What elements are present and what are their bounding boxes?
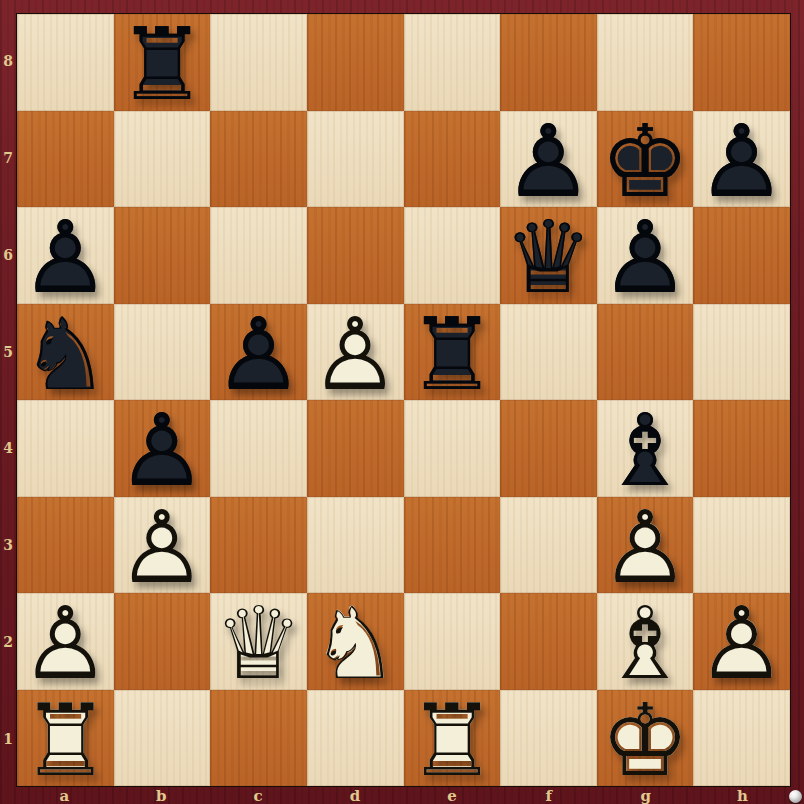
piece-fill-glyph: ♞ — [307, 596, 404, 693]
piece-white-rook[interactable]: ♜♖ — [404, 690, 501, 787]
piece-fill-glyph: ♟ — [114, 500, 211, 597]
square-h1[interactable] — [693, 690, 790, 787]
piece-black-rook[interactable]: ♜♖ — [114, 14, 211, 111]
square-h2[interactable]: ♟♙ — [693, 593, 790, 690]
square-e7[interactable] — [404, 111, 501, 208]
square-h7[interactable]: ♟♙ — [693, 111, 790, 208]
piece-fill-glyph: ♟ — [693, 596, 790, 693]
piece-outline-glyph: ♔ — [597, 693, 694, 790]
square-e2[interactable] — [404, 593, 501, 690]
rank-label-5: 5 — [0, 303, 16, 400]
file-label-a: a — [16, 787, 113, 804]
piece-black-pawn[interactable]: ♟♙ — [114, 400, 211, 497]
piece-outline-glyph: ♗ — [597, 403, 694, 500]
square-h6[interactable] — [693, 207, 790, 304]
file-label-e: e — [404, 787, 501, 804]
piece-outline-glyph: ♘ — [307, 596, 404, 693]
file-label-c: c — [210, 787, 307, 804]
file-label-h: h — [694, 787, 791, 804]
square-g6[interactable]: ♟♙ — [597, 207, 694, 304]
piece-outline-glyph: ♙ — [114, 403, 211, 500]
piece-black-rook[interactable]: ♜♖ — [404, 304, 501, 401]
piece-outline-glyph: ♖ — [17, 693, 114, 790]
square-a3[interactable] — [17, 497, 114, 594]
piece-outline-glyph: ♙ — [17, 596, 114, 693]
file-label-b: b — [113, 787, 210, 804]
piece-white-pawn[interactable]: ♟♙ — [307, 304, 404, 401]
square-b2[interactable] — [114, 593, 211, 690]
square-h5[interactable] — [693, 304, 790, 401]
piece-white-pawn[interactable]: ♟♙ — [17, 593, 114, 690]
square-c3[interactable] — [210, 497, 307, 594]
square-a7[interactable] — [17, 111, 114, 208]
piece-outline-glyph: ♙ — [597, 210, 694, 307]
square-c5[interactable]: ♟♙ — [210, 304, 307, 401]
file-label-d: d — [307, 787, 404, 804]
rank-label-4: 4 — [0, 400, 16, 497]
piece-black-pawn[interactable]: ♟♙ — [17, 207, 114, 304]
square-g1[interactable]: ♚♔ — [597, 690, 694, 787]
piece-fill-glyph: ♜ — [404, 307, 501, 404]
piece-white-bishop[interactable]: ♝♗ — [597, 593, 694, 690]
square-f2[interactable] — [500, 593, 597, 690]
square-h8[interactable] — [693, 14, 790, 111]
square-g4[interactable]: ♝♗ — [597, 400, 694, 497]
square-d5[interactable]: ♟♙ — [307, 304, 404, 401]
board: ♜♖♟♙♚♔♟♙♟♙♛♕♟♙♞♘♟♙♟♙♜♖♟♙♝♗♟♙♟♙♟♙♛♕♞♘♝♗♟♙… — [16, 13, 791, 787]
rank-label-3: 3 — [0, 497, 16, 594]
square-f5[interactable] — [500, 304, 597, 401]
file-label-f: f — [500, 787, 597, 804]
square-d7[interactable] — [307, 111, 404, 208]
square-d1[interactable] — [307, 690, 404, 787]
square-c7[interactable] — [210, 111, 307, 208]
piece-fill-glyph: ♟ — [597, 500, 694, 597]
square-e4[interactable] — [404, 400, 501, 497]
rank-label-6: 6 — [0, 207, 16, 304]
piece-white-pawn[interactable]: ♟♙ — [114, 497, 211, 594]
piece-outline-glyph: ♖ — [404, 693, 501, 790]
piece-outline-glyph: ♕ — [500, 210, 597, 307]
piece-black-pawn[interactable]: ♟♙ — [693, 111, 790, 208]
piece-fill-glyph: ♞ — [17, 307, 114, 404]
square-g2[interactable]: ♝♗ — [597, 593, 694, 690]
piece-white-queen[interactable]: ♛♕ — [210, 593, 307, 690]
square-c2[interactable]: ♛♕ — [210, 593, 307, 690]
piece-outline-glyph: ♘ — [17, 307, 114, 404]
piece-outline-glyph: ♕ — [210, 596, 307, 693]
white-to-move-indicator — [789, 790, 802, 803]
square-a8[interactable] — [17, 14, 114, 111]
file-label-g: g — [597, 787, 694, 804]
square-f4[interactable] — [500, 400, 597, 497]
square-b4[interactable]: ♟♙ — [114, 400, 211, 497]
square-e1[interactable]: ♜♖ — [404, 690, 501, 787]
square-f1[interactable] — [500, 690, 597, 787]
piece-outline-glyph: ♖ — [404, 307, 501, 404]
square-d8[interactable] — [307, 14, 404, 111]
square-c6[interactable] — [210, 207, 307, 304]
rank-label-8: 8 — [0, 13, 16, 110]
square-e6[interactable] — [404, 207, 501, 304]
piece-black-queen[interactable]: ♛♕ — [500, 207, 597, 304]
piece-outline-glyph: ♔ — [597, 114, 694, 211]
piece-black-pawn[interactable]: ♟♙ — [597, 207, 694, 304]
square-b8[interactable]: ♜♖ — [114, 14, 211, 111]
square-c8[interactable] — [210, 14, 307, 111]
square-g5[interactable] — [597, 304, 694, 401]
square-c4[interactable] — [210, 400, 307, 497]
square-f3[interactable] — [500, 497, 597, 594]
piece-fill-glyph: ♟ — [17, 210, 114, 307]
square-e3[interactable] — [404, 497, 501, 594]
square-g8[interactable] — [597, 14, 694, 111]
rank-label-1: 1 — [0, 690, 16, 787]
rank-label-2: 2 — [0, 594, 16, 691]
square-b3[interactable]: ♟♙ — [114, 497, 211, 594]
piece-outline-glyph: ♙ — [210, 307, 307, 404]
piece-fill-glyph: ♜ — [17, 693, 114, 790]
piece-fill-glyph: ♟ — [210, 307, 307, 404]
square-d6[interactable] — [307, 207, 404, 304]
rank-coordinates: 87654321 — [0, 13, 16, 787]
square-a2[interactable]: ♟♙ — [17, 593, 114, 690]
piece-outline-glyph: ♙ — [307, 307, 404, 404]
square-b7[interactable] — [114, 111, 211, 208]
square-d2[interactable]: ♞♘ — [307, 593, 404, 690]
square-g7[interactable]: ♚♔ — [597, 111, 694, 208]
square-f7[interactable]: ♟♙ — [500, 111, 597, 208]
square-a4[interactable] — [17, 400, 114, 497]
piece-white-king[interactable]: ♚♔ — [597, 690, 694, 787]
piece-fill-glyph: ♟ — [114, 403, 211, 500]
piece-outline-glyph: ♙ — [693, 114, 790, 211]
square-a6[interactable]: ♟♙ — [17, 207, 114, 304]
piece-outline-glyph: ♖ — [114, 17, 211, 114]
piece-white-pawn[interactable]: ♟♙ — [597, 497, 694, 594]
piece-black-bishop[interactable]: ♝♗ — [597, 400, 694, 497]
piece-outline-glyph: ♙ — [693, 596, 790, 693]
piece-outline-glyph: ♙ — [597, 500, 694, 597]
piece-outline-glyph: ♙ — [17, 210, 114, 307]
piece-white-knight[interactable]: ♞♘ — [307, 593, 404, 690]
square-d4[interactable] — [307, 400, 404, 497]
square-g3[interactable]: ♟♙ — [597, 497, 694, 594]
piece-white-pawn[interactable]: ♟♙ — [693, 593, 790, 690]
piece-fill-glyph: ♟ — [307, 307, 404, 404]
piece-black-pawn[interactable]: ♟♙ — [500, 111, 597, 208]
piece-outline-glyph: ♙ — [114, 500, 211, 597]
piece-black-knight[interactable]: ♞♘ — [17, 304, 114, 401]
piece-fill-glyph: ♚ — [597, 693, 694, 790]
square-h4[interactable] — [693, 400, 790, 497]
piece-fill-glyph: ♟ — [597, 210, 694, 307]
square-h3[interactable] — [693, 497, 790, 594]
square-b6[interactable] — [114, 207, 211, 304]
piece-fill-glyph: ♟ — [693, 114, 790, 211]
piece-black-king[interactable]: ♚♔ — [597, 111, 694, 208]
square-e8[interactable] — [404, 14, 501, 111]
piece-fill-glyph: ♛ — [210, 596, 307, 693]
piece-fill-glyph: ♟ — [500, 114, 597, 211]
file-coordinates: abcdefgh — [16, 787, 791, 804]
piece-fill-glyph: ♟ — [17, 596, 114, 693]
piece-fill-glyph: ♝ — [597, 403, 694, 500]
piece-fill-glyph: ♚ — [597, 114, 694, 211]
square-f6[interactable]: ♛♕ — [500, 207, 597, 304]
piece-fill-glyph: ♜ — [404, 693, 501, 790]
piece-fill-glyph: ♝ — [597, 596, 694, 693]
piece-black-pawn[interactable]: ♟♙ — [210, 304, 307, 401]
square-b1[interactable] — [114, 690, 211, 787]
square-f8[interactable] — [500, 14, 597, 111]
piece-outline-glyph: ♗ — [597, 596, 694, 693]
piece-outline-glyph: ♙ — [500, 114, 597, 211]
square-b5[interactable] — [114, 304, 211, 401]
chess-board-frame: ♜♖♟♙♚♔♟♙♟♙♛♕♟♙♞♘♟♙♟♙♜♖♟♙♝♗♟♙♟♙♟♙♛♕♞♘♝♗♟♙… — [0, 0, 804, 804]
square-d3[interactable] — [307, 497, 404, 594]
square-e5[interactable]: ♜♖ — [404, 304, 501, 401]
rank-label-7: 7 — [0, 110, 16, 207]
piece-white-rook[interactable]: ♜♖ — [17, 690, 114, 787]
square-a1[interactable]: ♜♖ — [17, 690, 114, 787]
square-c1[interactable] — [210, 690, 307, 787]
piece-fill-glyph: ♜ — [114, 17, 211, 114]
square-a5[interactable]: ♞♘ — [17, 304, 114, 401]
piece-fill-glyph: ♛ — [500, 210, 597, 307]
